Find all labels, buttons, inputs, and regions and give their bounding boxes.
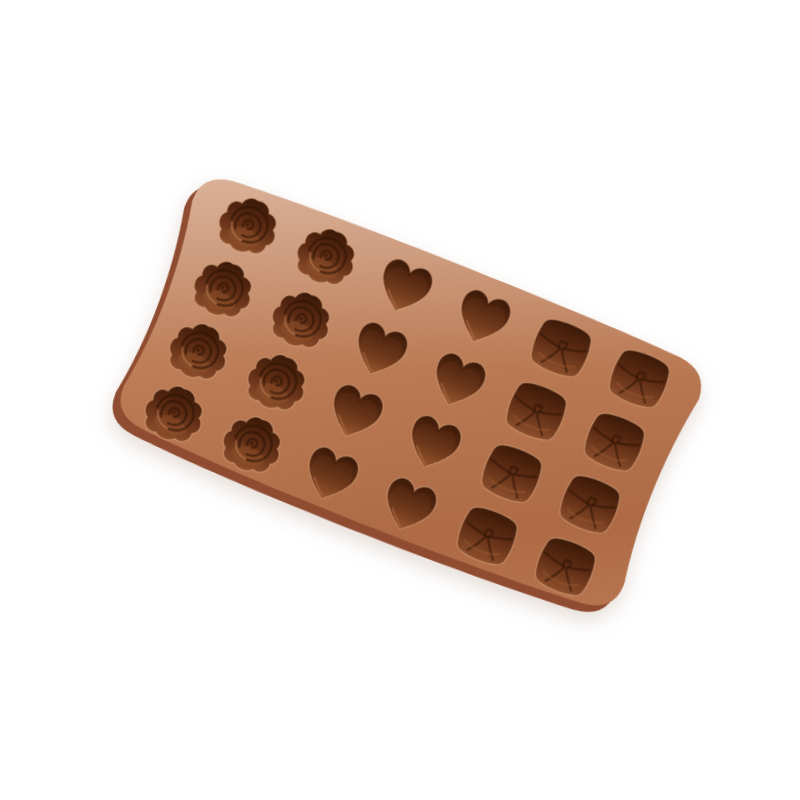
rose-shape-icon xyxy=(207,185,290,265)
cavity-heart xyxy=(363,246,446,326)
chocolate-mold xyxy=(94,155,721,630)
gift-shape-icon xyxy=(598,339,681,419)
heart-shape-icon xyxy=(363,246,446,326)
heart-shape-icon xyxy=(441,277,524,357)
cavity-rose xyxy=(285,216,368,296)
gift-shape-icon xyxy=(519,308,602,388)
rose-shape-icon xyxy=(285,216,368,296)
cavity-rose xyxy=(207,185,290,265)
cavity-gift xyxy=(519,308,602,388)
photo-canvas xyxy=(0,0,800,800)
cavity-grid xyxy=(94,155,721,630)
cavity-heart xyxy=(441,277,524,357)
cavity-gift xyxy=(598,339,681,419)
